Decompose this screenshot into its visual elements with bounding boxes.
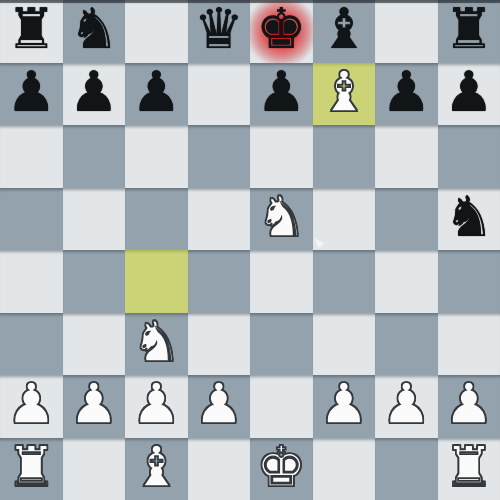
square-b4[interactable] bbox=[63, 250, 126, 313]
square-f6[interactable] bbox=[313, 125, 376, 188]
chess-game-screenshot: ♜♞♛♚♝♜♟♟♟♟♝♟♟♞♞♞♟♟♟♟♟♟♟♜♝♚♜ bbox=[0, 0, 500, 500]
square-a7[interactable]: ♟ bbox=[0, 63, 63, 126]
square-d5[interactable] bbox=[188, 188, 251, 251]
piece-black-bishop-f8[interactable]: ♝ bbox=[319, 0, 369, 61]
square-f1[interactable] bbox=[313, 438, 376, 500]
square-c5[interactable] bbox=[125, 188, 188, 251]
square-d1[interactable] bbox=[188, 438, 251, 500]
piece-white-pawn-g2[interactable]: ♟ bbox=[381, 373, 431, 436]
square-f2[interactable]: ♟ bbox=[313, 375, 376, 438]
square-h4[interactable] bbox=[438, 250, 500, 313]
last-move-highlight-c4 bbox=[125, 250, 188, 313]
square-c2[interactable]: ♟ bbox=[125, 375, 188, 438]
piece-black-rook-a8[interactable]: ♜ bbox=[6, 0, 56, 61]
square-d4[interactable] bbox=[188, 250, 251, 313]
square-f5[interactable] bbox=[313, 188, 376, 251]
piece-white-knight-c3[interactable]: ♞ bbox=[131, 311, 181, 374]
piece-black-pawn-b7[interactable]: ♟ bbox=[69, 61, 119, 124]
square-a1[interactable]: ♜ bbox=[0, 438, 63, 500]
square-c3[interactable]: ♞ bbox=[125, 313, 188, 376]
square-g1[interactable] bbox=[375, 438, 438, 500]
piece-white-pawn-d2[interactable]: ♟ bbox=[194, 373, 244, 436]
piece-white-pawn-b2[interactable]: ♟ bbox=[69, 373, 119, 436]
piece-black-pawn-e7[interactable]: ♟ bbox=[256, 61, 306, 124]
square-a5[interactable] bbox=[0, 188, 63, 251]
square-b1[interactable] bbox=[63, 438, 126, 500]
square-d8[interactable]: ♛ bbox=[188, 0, 251, 63]
piece-black-knight-b8[interactable]: ♞ bbox=[69, 0, 119, 61]
square-c7[interactable]: ♟ bbox=[125, 63, 188, 126]
square-e5[interactable]: ♞ bbox=[250, 188, 313, 251]
square-e4[interactable] bbox=[250, 250, 313, 313]
square-b7[interactable]: ♟ bbox=[63, 63, 126, 126]
square-b2[interactable]: ♟ bbox=[63, 375, 126, 438]
piece-white-king-e1[interactable]: ♚ bbox=[256, 436, 306, 499]
piece-black-pawn-h7[interactable]: ♟ bbox=[444, 61, 494, 124]
square-d6[interactable] bbox=[188, 125, 251, 188]
square-a3[interactable] bbox=[0, 313, 63, 376]
square-e8[interactable]: ♚ bbox=[250, 0, 313, 63]
square-h2[interactable]: ♟ bbox=[438, 375, 500, 438]
square-g7[interactable]: ♟ bbox=[375, 63, 438, 126]
piece-white-bishop-f7[interactable]: ♝ bbox=[319, 61, 369, 124]
square-c1[interactable]: ♝ bbox=[125, 438, 188, 500]
piece-black-pawn-g7[interactable]: ♟ bbox=[381, 61, 431, 124]
piece-white-pawn-a2[interactable]: ♟ bbox=[6, 373, 56, 436]
square-a8[interactable]: ♜ bbox=[0, 0, 63, 63]
square-f8[interactable]: ♝ bbox=[313, 0, 376, 63]
square-a6[interactable] bbox=[0, 125, 63, 188]
piece-black-queen-d8[interactable]: ♛ bbox=[194, 0, 244, 61]
square-c6[interactable] bbox=[125, 125, 188, 188]
square-b5[interactable] bbox=[63, 188, 126, 251]
piece-black-pawn-c7[interactable]: ♟ bbox=[131, 61, 181, 124]
square-b6[interactable] bbox=[63, 125, 126, 188]
square-f4[interactable] bbox=[313, 250, 376, 313]
square-e6[interactable] bbox=[250, 125, 313, 188]
square-h1[interactable]: ♜ bbox=[438, 438, 500, 500]
piece-white-rook-h1[interactable]: ♜ bbox=[444, 436, 494, 499]
square-e7[interactable]: ♟ bbox=[250, 63, 313, 126]
piece-white-rook-a1[interactable]: ♜ bbox=[6, 436, 56, 499]
square-g2[interactable]: ♟ bbox=[375, 375, 438, 438]
square-g6[interactable] bbox=[375, 125, 438, 188]
square-h6[interactable] bbox=[438, 125, 500, 188]
square-g8[interactable] bbox=[375, 0, 438, 63]
square-f7[interactable]: ♝ bbox=[313, 63, 376, 126]
piece-white-pawn-h2[interactable]: ♟ bbox=[444, 373, 494, 436]
square-d7[interactable] bbox=[188, 63, 251, 126]
square-d3[interactable] bbox=[188, 313, 251, 376]
piece-white-bishop-c1[interactable]: ♝ bbox=[131, 436, 181, 499]
square-e1[interactable]: ♚ bbox=[250, 438, 313, 500]
square-g4[interactable] bbox=[375, 250, 438, 313]
piece-white-pawn-c2[interactable]: ♟ bbox=[131, 373, 181, 436]
square-h7[interactable]: ♟ bbox=[438, 63, 500, 126]
piece-white-knight-e5[interactable]: ♞ bbox=[256, 186, 306, 249]
chess-board: ♜♞♛♚♝♜♟♟♟♟♝♟♟♞♞♞♟♟♟♟♟♟♟♜♝♚♜ bbox=[0, 0, 500, 500]
square-c4[interactable] bbox=[125, 250, 188, 313]
square-f3[interactable] bbox=[313, 313, 376, 376]
piece-white-pawn-f2[interactable]: ♟ bbox=[319, 373, 369, 436]
square-b3[interactable] bbox=[63, 313, 126, 376]
square-h8[interactable]: ♜ bbox=[438, 0, 500, 63]
square-c8[interactable] bbox=[125, 0, 188, 63]
square-g3[interactable] bbox=[375, 313, 438, 376]
piece-black-knight-h5[interactable]: ♞ bbox=[444, 186, 494, 249]
square-b8[interactable]: ♞ bbox=[63, 0, 126, 63]
piece-black-king-e8[interactable]: ♚ bbox=[256, 0, 306, 61]
square-e2[interactable] bbox=[250, 375, 313, 438]
square-g5[interactable] bbox=[375, 188, 438, 251]
piece-black-pawn-a7[interactable]: ♟ bbox=[6, 61, 56, 124]
square-e3[interactable] bbox=[250, 313, 313, 376]
square-a4[interactable] bbox=[0, 250, 63, 313]
square-h5[interactable]: ♞ bbox=[438, 188, 500, 251]
square-h3[interactable] bbox=[438, 313, 500, 376]
square-a2[interactable]: ♟ bbox=[0, 375, 63, 438]
piece-black-rook-h8[interactable]: ♜ bbox=[444, 0, 494, 61]
square-d2[interactable]: ♟ bbox=[188, 375, 251, 438]
